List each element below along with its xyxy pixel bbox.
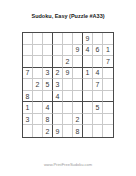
sudoku-cell [53,45,63,57]
sudoku-cell [73,56,83,68]
sudoku-cell: 9 [63,68,73,80]
sudoku-cell: 7 [93,79,103,91]
sudoku-cell [23,79,33,91]
sudoku-cell: 1 [23,102,33,114]
sudoku-cell [43,45,53,57]
sudoku-cell: 5 [93,102,103,114]
sudoku-cell: 5 [43,79,53,91]
sudoku-cell [103,68,113,80]
sudoku-cell: 8 [43,114,53,126]
sudoku-cell: 2 [53,68,63,80]
sudoku-cell [53,114,63,126]
sudoku-cell [93,114,103,126]
sudoku-cell [63,102,73,114]
sudoku-cell: 4 [93,68,103,80]
sudoku-cell: 2 [43,125,53,137]
sudoku-cell [43,33,53,45]
sudoku-cell: 8 [23,91,33,103]
sudoku-cell [63,114,73,126]
page-title: Sudoku, Easy (Puzzle #A33) [0,13,136,19]
sudoku-cell: 4 [83,45,93,57]
sudoku-cell [63,45,73,57]
sudoku-cell [73,91,83,103]
sudoku-cell [33,114,43,126]
sudoku-cell [73,79,83,91]
sudoku-cell [43,91,53,103]
sudoku-cell [103,91,113,103]
sudoku-cell [73,68,83,80]
sudoku-cell: 9 [83,33,93,45]
sudoku-cell [73,102,83,114]
sudoku-cell: 1 [103,45,113,57]
sudoku-grid: 9946127732914253784145382298 [22,32,114,138]
sudoku-cell [103,33,113,45]
sudoku-cell [33,68,43,80]
sudoku-cell [103,102,113,114]
sudoku-cell [23,45,33,57]
sudoku-cell: 9 [73,45,83,57]
sudoku-cell [83,91,93,103]
sudoku-cell: 2 [33,79,43,91]
sudoku-cell [93,56,103,68]
sudoku-cell [53,56,63,68]
sudoku-cell: 1 [83,68,93,80]
sudoku-cell: 7 [103,56,113,68]
sudoku-cell [103,125,113,137]
sudoku-cell [73,33,83,45]
sudoku-cell: 3 [23,114,33,126]
sudoku-cell: 8 [73,125,83,137]
sudoku-cell [33,33,43,45]
sudoku-cell [23,56,33,68]
sudoku-cell: 3 [43,68,53,80]
sudoku-cell [33,125,43,137]
sudoku-cell: 4 [53,91,63,103]
sudoku-cell [83,114,93,126]
sudoku-cell: 2 [63,56,73,68]
sudoku-cell [23,33,33,45]
sudoku-cell [103,114,113,126]
sudoku-cell [33,56,43,68]
sudoku-cell [93,33,103,45]
sudoku-cell [63,33,73,45]
sudoku-cell [53,33,63,45]
sudoku-cell: 3 [53,79,63,91]
sudoku-cell [33,91,43,103]
sudoku-cell [83,125,93,137]
sudoku-cell [63,125,73,137]
sudoku-cell [93,91,103,103]
sudoku-cell: 2 [73,114,83,126]
sudoku-page: Sudoku, Easy (Puzzle #A33) 9946127732914… [0,0,136,176]
sudoku-cell: 4 [43,102,53,114]
sudoku-cell [83,56,93,68]
sudoku-cell: 9 [53,125,63,137]
sudoku-cell [63,79,73,91]
sudoku-cell [83,79,93,91]
sudoku-cell [33,102,43,114]
sudoku-cell: 7 [23,68,33,80]
sudoku-cell [53,102,63,114]
sudoku-cell [83,102,93,114]
sudoku-cell [23,125,33,137]
sudoku-cell [93,125,103,137]
sudoku-cell [63,91,73,103]
sudoku-cell: 6 [93,45,103,57]
sudoku-cell [43,56,53,68]
sudoku-cell [33,45,43,57]
footer-url: www.PrintFreeSudoku.com [0,162,136,167]
sudoku-cell [103,79,113,91]
